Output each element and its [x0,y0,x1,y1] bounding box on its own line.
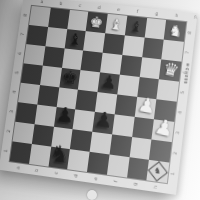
coordinate-label: e [94,177,99,180]
off-board-object [87,190,97,200]
coordinate-label: 6 [18,52,23,55]
coordinate-label: 2 [7,129,12,132]
white-queen[interactable]: ♛ [159,59,183,80]
square-e2[interactable] [90,132,112,155]
coordinate-label: f [114,180,119,182]
coordinate-label: 2 [173,151,178,155]
square-g7[interactable] [142,37,164,59]
square-h1[interactable]: ♞ [147,160,170,183]
white-pawn[interactable]: ♟ [152,116,177,141]
coordinate-label: 7 [21,32,26,35]
brand-text: ®CHESS [183,62,191,85]
black-king[interactable]: ♚ [59,68,80,88]
coordinate-label: 8 [188,31,193,34]
black-pawn[interactable]: ♟ [98,72,120,93]
coordinate-label: e [117,8,120,13]
coordinate-label: h [153,185,158,189]
square-d2[interactable] [70,129,92,152]
white-king[interactable]: ♚ [86,15,107,31]
coordinate-label: 3 [176,131,181,135]
coordinate-label: 4 [12,90,17,93]
square-e7[interactable] [103,33,125,55]
board-grid: ♞ [10,6,186,183]
square-d5[interactable] [78,70,100,92]
coordinate-label: 1 [171,172,176,176]
coordinate-label: c [78,4,81,9]
coordinate-label: b [59,2,62,7]
square-g3[interactable] [132,117,154,140]
coordinate-label: 3 [10,110,15,113]
coordinate-label: g [133,182,138,186]
coordinate-label: 5 [180,91,185,94]
coordinate-label: 4 [178,111,183,114]
brand-logo-knight-icon: ♞ [148,161,168,181]
square-f3[interactable] [112,114,134,137]
chess-board: abcdefgh abcdefgh 87654321 87654321 ♞ ♚♝… [0,0,198,195]
white-pawn[interactable]: ♟ [135,95,159,118]
coordinate-label: c [55,171,60,174]
square-h5[interactable] [157,79,179,101]
square-d4[interactable] [75,90,97,112]
square-g1[interactable] [127,157,150,180]
black-pawn[interactable]: ♟ [93,109,116,132]
coordinate-label: 5 [15,71,20,74]
square-f6[interactable] [120,55,142,77]
coordinate-label: d [74,174,79,178]
coordinate-label: 7 [185,51,190,54]
white-bishop[interactable]: ♝ [105,17,126,34]
square-f2[interactable] [109,134,131,157]
coordinate-label: g [155,12,158,17]
square-g2[interactable] [129,137,152,160]
black-bishop[interactable]: ♝ [64,31,85,48]
square-f5[interactable] [117,75,139,97]
coordinate-label: h [175,14,178,19]
brand-mark-icon: ♘ [193,14,198,20]
coordinate-label: f [136,10,138,15]
square-d7[interactable] [83,31,105,53]
coordinate-label: 1 [4,149,9,152]
coordinate-label: a [16,166,21,169]
coordinate-label: b [36,168,41,171]
coordinate-label: d [97,6,100,11]
square-f4[interactable] [114,94,136,116]
square-e1[interactable] [87,152,109,175]
black-pawn[interactable]: ♟ [54,105,75,127]
coordinate-label: 8 [23,13,28,16]
black-bishop[interactable]: ♝ [125,18,147,36]
square-d6[interactable] [81,51,103,73]
coordinate-label: a [40,0,43,4]
white-knight[interactable]: ♞ [164,22,187,41]
black-knight[interactable]: ♞ [48,142,70,167]
square-h2[interactable] [149,140,172,163]
table-surface: abcdefgh abcdefgh 87654321 87654321 ♞ ♚♝… [0,0,200,200]
square-f1[interactable] [107,154,129,177]
square-f7[interactable] [122,35,144,57]
